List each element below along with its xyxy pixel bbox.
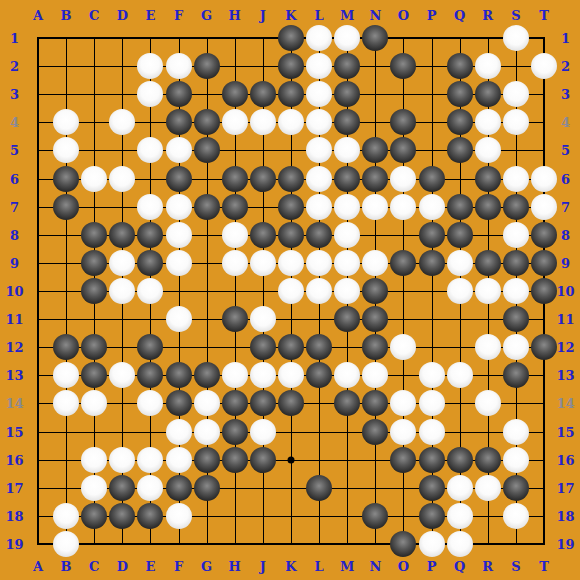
black-stone-K3[interactable] — [278, 81, 304, 107]
black-stone-T9[interactable] — [531, 250, 557, 276]
black-stone-F6[interactable] — [166, 166, 192, 192]
row-label-right-4: 4 — [561, 116, 570, 129]
black-stone-P18[interactable] — [419, 503, 445, 529]
black-stone-L8[interactable] — [306, 222, 332, 248]
black-stone-F4[interactable] — [166, 109, 192, 135]
black-stone-H11[interactable] — [222, 306, 248, 332]
black-stone-D8[interactable] — [109, 222, 135, 248]
white-stone-L6[interactable] — [306, 166, 332, 192]
black-stone-S7[interactable] — [503, 194, 529, 220]
row-label-right-13: 13 — [556, 369, 574, 382]
col-label-top-G: G — [201, 8, 212, 21]
white-stone-F16[interactable] — [166, 447, 192, 473]
col-label-top-T: T — [539, 8, 549, 21]
col-label-top-R: R — [482, 8, 493, 21]
white-stone-N7[interactable] — [362, 194, 388, 220]
black-stone-F13[interactable] — [166, 362, 192, 388]
black-stone-M6[interactable] — [334, 166, 360, 192]
white-stone-D16[interactable] — [109, 447, 135, 473]
white-stone-P19[interactable] — [419, 531, 445, 557]
black-stone-E9[interactable] — [137, 250, 163, 276]
row-label-right-8: 8 — [561, 228, 570, 241]
col-label-bottom-D: D — [117, 559, 128, 572]
white-stone-L2[interactable] — [306, 53, 332, 79]
black-stone-N1[interactable] — [362, 25, 388, 51]
white-stone-O15[interactable] — [390, 419, 416, 445]
white-stone-R10[interactable] — [475, 278, 501, 304]
white-stone-H9[interactable] — [222, 250, 248, 276]
black-stone-G7[interactable] — [194, 194, 220, 220]
black-stone-B12[interactable] — [53, 334, 79, 360]
white-stone-S18[interactable] — [503, 503, 529, 529]
white-stone-B14[interactable] — [53, 390, 79, 416]
row-label-left-11: 11 — [5, 313, 23, 326]
black-stone-R9[interactable] — [475, 250, 501, 276]
black-stone-C18[interactable] — [81, 503, 107, 529]
white-stone-H8[interactable] — [222, 222, 248, 248]
white-stone-E14[interactable] — [137, 390, 163, 416]
row-label-left-12: 12 — [5, 341, 23, 354]
black-stone-J3[interactable] — [250, 81, 276, 107]
white-stone-F5[interactable] — [166, 137, 192, 163]
black-stone-L17[interactable] — [306, 475, 332, 501]
black-stone-Q4[interactable] — [447, 109, 473, 135]
row-label-right-11: 11 — [556, 313, 574, 326]
row-label-left-2: 2 — [10, 60, 19, 73]
black-stone-T10[interactable] — [531, 278, 557, 304]
white-stone-C14[interactable] — [81, 390, 107, 416]
black-stone-G2[interactable] — [194, 53, 220, 79]
black-stone-H3[interactable] — [222, 81, 248, 107]
col-label-top-K: K — [285, 8, 296, 21]
black-stone-O5[interactable] — [390, 137, 416, 163]
row-label-left-10: 10 — [5, 284, 23, 297]
row-label-right-15: 15 — [556, 425, 574, 438]
white-stone-J4[interactable] — [250, 109, 276, 135]
black-stone-B6[interactable] — [53, 166, 79, 192]
black-stone-G16[interactable] — [194, 447, 220, 473]
white-stone-S16[interactable] — [503, 447, 529, 473]
black-stone-F14[interactable] — [166, 390, 192, 416]
white-stone-L3[interactable] — [306, 81, 332, 107]
col-label-bottom-G: G — [201, 559, 212, 572]
col-label-top-P: P — [427, 8, 437, 21]
white-stone-Q18[interactable] — [447, 503, 473, 529]
black-stone-N18[interactable] — [362, 503, 388, 529]
white-stone-H13[interactable] — [222, 362, 248, 388]
black-stone-N5[interactable] — [362, 137, 388, 163]
black-stone-J6[interactable] — [250, 166, 276, 192]
black-stone-D17[interactable] — [109, 475, 135, 501]
white-stone-Q13[interactable] — [447, 362, 473, 388]
black-stone-K12[interactable] — [278, 334, 304, 360]
col-label-bottom-B: B — [61, 559, 72, 572]
row-label-left-3: 3 — [10, 88, 19, 101]
black-stone-T12[interactable] — [531, 334, 557, 360]
white-stone-L1[interactable] — [306, 25, 332, 51]
row-label-right-6: 6 — [561, 172, 570, 185]
white-stone-S4[interactable] — [503, 109, 529, 135]
white-stone-F9[interactable] — [166, 250, 192, 276]
row-label-left-6: 6 — [10, 172, 19, 185]
black-stone-C9[interactable] — [81, 250, 107, 276]
row-label-left-17: 17 — [5, 481, 23, 494]
white-stone-O14[interactable] — [390, 390, 416, 416]
black-stone-E8[interactable] — [137, 222, 163, 248]
white-stone-E3[interactable] — [137, 81, 163, 107]
white-stone-D9[interactable] — [109, 250, 135, 276]
white-stone-F11[interactable] — [166, 306, 192, 332]
white-stone-S12[interactable] — [503, 334, 529, 360]
white-stone-E2[interactable] — [137, 53, 163, 79]
white-stone-F15[interactable] — [166, 419, 192, 445]
col-label-top-Q: Q — [454, 8, 465, 21]
col-label-bottom-T: T — [539, 559, 549, 572]
black-stone-Q2[interactable] — [447, 53, 473, 79]
white-stone-D10[interactable] — [109, 278, 135, 304]
white-stone-S3[interactable] — [503, 81, 529, 107]
white-stone-B13[interactable] — [53, 362, 79, 388]
black-stone-M4[interactable] — [334, 109, 360, 135]
row-label-left-14: 14 — [5, 397, 23, 410]
black-stone-E18[interactable] — [137, 503, 163, 529]
col-label-bottom-C: C — [89, 559, 99, 572]
black-stone-K6[interactable] — [278, 166, 304, 192]
white-stone-Q19[interactable] — [447, 531, 473, 557]
white-stone-T6[interactable] — [531, 166, 557, 192]
white-stone-F2[interactable] — [166, 53, 192, 79]
col-label-bottom-A: A — [33, 559, 43, 572]
row-label-left-7: 7 — [10, 200, 19, 213]
col-label-top-C: C — [89, 8, 99, 21]
white-stone-M9[interactable] — [334, 250, 360, 276]
black-stone-F3[interactable] — [166, 81, 192, 107]
row-label-right-17: 17 — [556, 481, 574, 494]
black-stone-E12[interactable] — [137, 334, 163, 360]
black-stone-Q7[interactable] — [447, 194, 473, 220]
white-stone-S1[interactable] — [503, 25, 529, 51]
white-stone-O6[interactable] — [390, 166, 416, 192]
white-stone-M7[interactable] — [334, 194, 360, 220]
black-stone-Q8[interactable] — [447, 222, 473, 248]
white-stone-F8[interactable] — [166, 222, 192, 248]
board-grid-hline — [38, 432, 545, 433]
black-stone-L13[interactable] — [306, 362, 332, 388]
black-stone-B7[interactable] — [53, 194, 79, 220]
black-stone-F17[interactable] — [166, 475, 192, 501]
black-stone-M3[interactable] — [334, 81, 360, 107]
white-stone-Q9[interactable] — [447, 250, 473, 276]
row-label-left-16: 16 — [5, 453, 23, 466]
white-stone-E10[interactable] — [137, 278, 163, 304]
col-label-bottom-S: S — [511, 559, 520, 572]
black-stone-Q3[interactable] — [447, 81, 473, 107]
white-stone-S10[interactable] — [503, 278, 529, 304]
black-stone-H14[interactable] — [222, 390, 248, 416]
col-label-top-B: B — [61, 8, 72, 21]
black-stone-O2[interactable] — [390, 53, 416, 79]
black-stone-J8[interactable] — [250, 222, 276, 248]
col-label-bottom-Q: Q — [454, 559, 465, 572]
col-label-top-H: H — [229, 8, 241, 21]
white-stone-M8[interactable] — [334, 222, 360, 248]
col-label-bottom-N: N — [369, 559, 381, 572]
black-stone-N12[interactable] — [362, 334, 388, 360]
black-stone-O16[interactable] — [390, 447, 416, 473]
black-stone-R6[interactable] — [475, 166, 501, 192]
col-label-bottom-P: P — [427, 559, 437, 572]
white-stone-K10[interactable] — [278, 278, 304, 304]
black-stone-Q16[interactable] — [447, 447, 473, 473]
black-stone-G5[interactable] — [194, 137, 220, 163]
white-stone-J11[interactable] — [250, 306, 276, 332]
row-label-left-8: 8 — [10, 228, 19, 241]
col-label-top-D: D — [117, 8, 128, 21]
white-stone-M5[interactable] — [334, 137, 360, 163]
white-stone-Q10[interactable] — [447, 278, 473, 304]
col-label-top-S: S — [511, 8, 520, 21]
row-label-right-10: 10 — [556, 284, 574, 297]
white-stone-E7[interactable] — [137, 194, 163, 220]
white-stone-F18[interactable] — [166, 503, 192, 529]
black-stone-N14[interactable] — [362, 390, 388, 416]
black-stone-J14[interactable] — [250, 390, 276, 416]
black-stone-S11[interactable] — [503, 306, 529, 332]
black-stone-G17[interactable] — [194, 475, 220, 501]
black-stone-K14[interactable] — [278, 390, 304, 416]
black-stone-S13[interactable] — [503, 362, 529, 388]
col-label-top-N: N — [369, 8, 381, 21]
black-stone-K8[interactable] — [278, 222, 304, 248]
col-label-top-E: E — [145, 8, 155, 21]
white-stone-K9[interactable] — [278, 250, 304, 276]
white-stone-P7[interactable] — [419, 194, 445, 220]
black-stone-J16[interactable] — [250, 447, 276, 473]
white-stone-G15[interactable] — [194, 419, 220, 445]
white-stone-E5[interactable] — [137, 137, 163, 163]
black-stone-L12[interactable] — [306, 334, 332, 360]
black-stone-K1[interactable] — [278, 25, 304, 51]
white-stone-S6[interactable] — [503, 166, 529, 192]
white-stone-F7[interactable] — [166, 194, 192, 220]
white-stone-R4[interactable] — [475, 109, 501, 135]
white-stone-J15[interactable] — [250, 419, 276, 445]
black-stone-N6[interactable] — [362, 166, 388, 192]
row-label-right-9: 9 — [561, 256, 570, 269]
white-stone-T2[interactable] — [531, 53, 557, 79]
black-stone-P9[interactable] — [419, 250, 445, 276]
black-stone-N10[interactable] — [362, 278, 388, 304]
black-stone-R7[interactable] — [475, 194, 501, 220]
row-label-left-5: 5 — [10, 144, 19, 157]
white-stone-D6[interactable] — [109, 166, 135, 192]
col-label-bottom-K: K — [285, 559, 296, 572]
white-stone-S15[interactable] — [503, 419, 529, 445]
white-stone-K13[interactable] — [278, 362, 304, 388]
black-stone-P6[interactable] — [419, 166, 445, 192]
white-stone-E17[interactable] — [137, 475, 163, 501]
black-stone-O4[interactable] — [390, 109, 416, 135]
white-stone-T7[interactable] — [531, 194, 557, 220]
col-label-bottom-M: M — [340, 559, 354, 572]
row-label-right-12: 12 — [556, 341, 574, 354]
col-label-top-L: L — [315, 8, 324, 21]
col-label-bottom-F: F — [174, 559, 183, 572]
black-stone-G4[interactable] — [194, 109, 220, 135]
white-stone-R17[interactable] — [475, 475, 501, 501]
white-stone-R2[interactable] — [475, 53, 501, 79]
star-point-K16 — [287, 456, 294, 463]
black-stone-O19[interactable] — [390, 531, 416, 557]
black-stone-M2[interactable] — [334, 53, 360, 79]
white-stone-B18[interactable] — [53, 503, 79, 529]
row-label-right-2: 2 — [561, 60, 570, 73]
black-stone-H16[interactable] — [222, 447, 248, 473]
black-stone-H15[interactable] — [222, 419, 248, 445]
row-label-left-4: 4 — [10, 116, 19, 129]
row-label-left-9: 9 — [10, 256, 19, 269]
white-stone-R5[interactable] — [475, 137, 501, 163]
black-stone-P16[interactable] — [419, 447, 445, 473]
white-stone-R12[interactable] — [475, 334, 501, 360]
row-label-left-15: 15 — [5, 425, 23, 438]
white-stone-C17[interactable] — [81, 475, 107, 501]
row-label-right-19: 19 — [556, 537, 574, 550]
white-stone-M13[interactable] — [334, 362, 360, 388]
row-label-right-5: 5 — [561, 144, 570, 157]
black-stone-D18[interactable] — [109, 503, 135, 529]
black-stone-P17[interactable] — [419, 475, 445, 501]
black-stone-M11[interactable] — [334, 306, 360, 332]
black-stone-T8[interactable] — [531, 222, 557, 248]
col-label-bottom-L: L — [315, 559, 324, 572]
black-stone-O9[interactable] — [390, 250, 416, 276]
white-stone-H4[interactable] — [222, 109, 248, 135]
black-stone-P8[interactable] — [419, 222, 445, 248]
black-stone-S9[interactable] — [503, 250, 529, 276]
white-stone-O12[interactable] — [390, 334, 416, 360]
white-stone-P13[interactable] — [419, 362, 445, 388]
black-stone-G13[interactable] — [194, 362, 220, 388]
white-stone-C6[interactable] — [81, 166, 107, 192]
black-stone-E13[interactable] — [137, 362, 163, 388]
row-label-left-19: 19 — [5, 537, 23, 550]
white-stone-L5[interactable] — [306, 137, 332, 163]
col-label-top-O: O — [398, 8, 409, 21]
white-stone-D13[interactable] — [109, 362, 135, 388]
white-stone-S8[interactable] — [503, 222, 529, 248]
black-stone-K2[interactable] — [278, 53, 304, 79]
white-stone-L9[interactable] — [306, 250, 332, 276]
white-stone-C16[interactable] — [81, 447, 107, 473]
black-stone-M14[interactable] — [334, 390, 360, 416]
white-stone-L4[interactable] — [306, 109, 332, 135]
black-stone-H6[interactable] — [222, 166, 248, 192]
white-stone-R14[interactable] — [475, 390, 501, 416]
white-stone-M1[interactable] — [334, 25, 360, 51]
col-label-top-F: F — [174, 8, 183, 21]
col-label-bottom-R: R — [482, 559, 493, 572]
row-label-right-14: 14 — [556, 397, 574, 410]
white-stone-B5[interactable] — [53, 137, 79, 163]
row-label-left-18: 18 — [5, 509, 23, 522]
col-label-bottom-J: J — [260, 559, 266, 572]
row-label-right-7: 7 — [561, 200, 570, 213]
white-stone-N13[interactable] — [362, 362, 388, 388]
white-stone-B4[interactable] — [53, 109, 79, 135]
black-stone-R3[interactable] — [475, 81, 501, 107]
black-stone-S17[interactable] — [503, 475, 529, 501]
col-label-bottom-H: H — [229, 559, 241, 572]
white-stone-J9[interactable] — [250, 250, 276, 276]
white-stone-K4[interactable] — [278, 109, 304, 135]
row-label-left-13: 13 — [5, 369, 23, 382]
black-stone-K7[interactable] — [278, 194, 304, 220]
white-stone-P15[interactable] — [419, 419, 445, 445]
black-stone-Q5[interactable] — [447, 137, 473, 163]
row-label-right-3: 3 — [561, 88, 570, 101]
black-stone-C10[interactable] — [81, 278, 107, 304]
board-grid-hline — [38, 319, 545, 320]
white-stone-L7[interactable] — [306, 194, 332, 220]
col-label-bottom-O: O — [398, 559, 409, 572]
row-label-right-1: 1 — [561, 32, 570, 45]
black-stone-H7[interactable] — [222, 194, 248, 220]
white-stone-P14[interactable] — [419, 390, 445, 416]
white-stone-O7[interactable] — [390, 194, 416, 220]
white-stone-Q17[interactable] — [447, 475, 473, 501]
white-stone-N9[interactable] — [362, 250, 388, 276]
black-stone-N11[interactable] — [362, 306, 388, 332]
row-label-left-1: 1 — [10, 32, 19, 45]
black-stone-N15[interactable] — [362, 419, 388, 445]
white-stone-M10[interactable] — [334, 278, 360, 304]
row-label-right-18: 18 — [556, 509, 574, 522]
row-label-right-16: 16 — [556, 453, 574, 466]
white-stone-L10[interactable] — [306, 278, 332, 304]
black-stone-C12[interactable] — [81, 334, 107, 360]
col-label-top-A: A — [33, 8, 43, 21]
black-stone-J12[interactable] — [250, 334, 276, 360]
white-stone-D4[interactable] — [109, 109, 135, 135]
black-stone-C13[interactable] — [81, 362, 107, 388]
white-stone-G14[interactable] — [194, 390, 220, 416]
white-stone-E16[interactable] — [137, 447, 163, 473]
black-stone-R16[interactable] — [475, 447, 501, 473]
col-label-top-J: J — [260, 8, 266, 21]
white-stone-B19[interactable] — [53, 531, 79, 557]
col-label-bottom-E: E — [145, 559, 155, 572]
go-board-diagram: AABBCCDDEEFFGGHHJJKKLLMMNNOOPPQQRRSSTT11… — [0, 0, 580, 580]
white-stone-J13[interactable] — [250, 362, 276, 388]
col-label-top-M: M — [340, 8, 354, 21]
black-stone-C8[interactable] — [81, 222, 107, 248]
